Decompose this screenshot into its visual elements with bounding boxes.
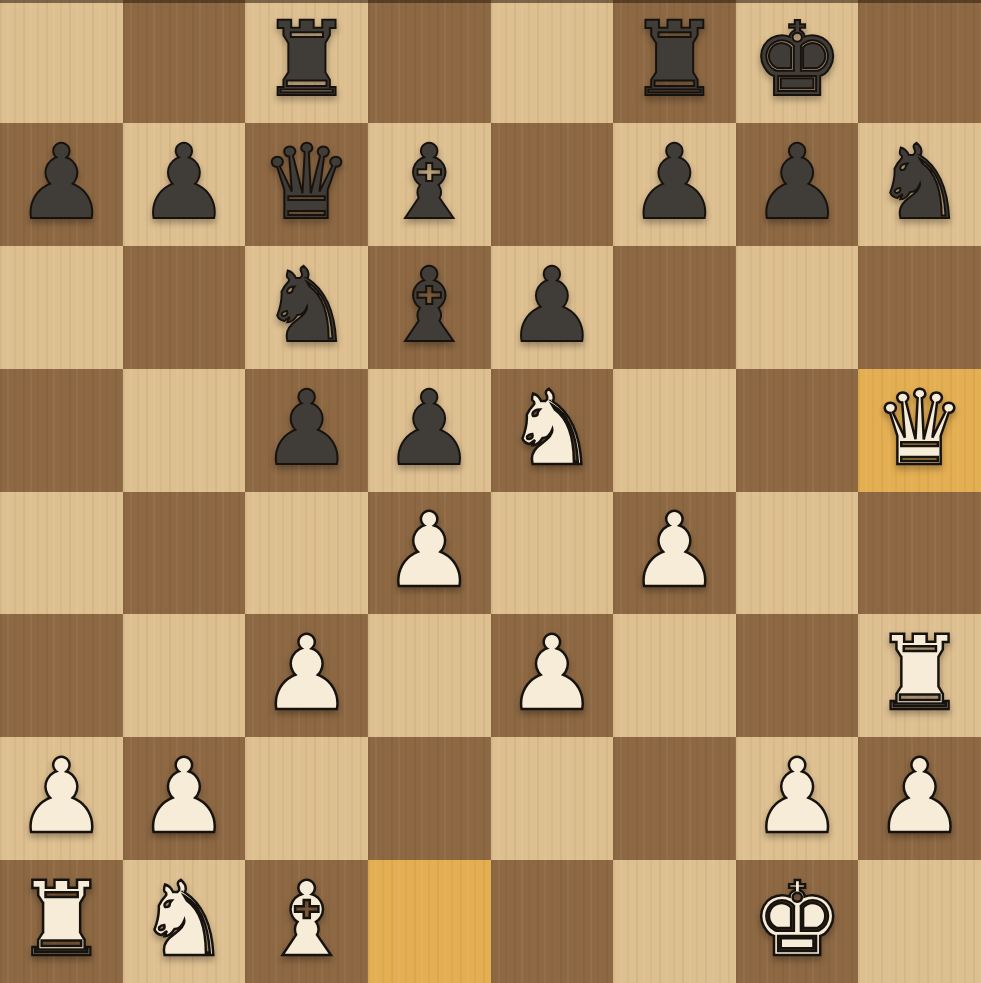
black-pawn[interactable]: ♟	[138, 131, 230, 234]
square-g3[interactable]	[736, 614, 859, 737]
square-d4[interactable]: ♟	[368, 492, 491, 615]
square-d6[interactable]: ♝	[368, 246, 491, 369]
white-king[interactable]: ♚	[751, 868, 843, 971]
white-pawn[interactable]: ♟	[15, 745, 107, 848]
black-pawn[interactable]: ♟	[628, 131, 720, 234]
square-f5[interactable]	[613, 369, 736, 492]
square-g7[interactable]: ♟	[736, 123, 859, 246]
square-f1[interactable]	[613, 860, 736, 983]
square-g2[interactable]: ♟	[736, 737, 859, 860]
square-b7[interactable]: ♟	[123, 123, 246, 246]
square-d1[interactable]	[368, 860, 491, 983]
square-d2[interactable]	[368, 737, 491, 860]
black-pawn[interactable]: ♟	[383, 377, 475, 480]
black-rook[interactable]: ♜	[628, 8, 720, 111]
square-h8[interactable]	[858, 0, 981, 123]
white-bishop[interactable]: ♝	[260, 868, 352, 971]
square-e6[interactable]: ♟	[491, 246, 614, 369]
square-h4[interactable]	[858, 492, 981, 615]
black-pawn[interactable]: ♟	[506, 254, 598, 357]
square-b8[interactable]	[123, 0, 246, 123]
square-f8[interactable]: ♜	[613, 0, 736, 123]
white-knight[interactable]: ♞	[506, 377, 598, 480]
white-pawn[interactable]: ♟	[751, 745, 843, 848]
black-bishop[interactable]: ♝	[383, 254, 475, 357]
chess-board: ♜♜♚♟♟♛♝♟♟♞♞♝♟♟♟♞♛♟♟♟♟♜♟♟♟♟♜♞♝♚	[0, 0, 981, 983]
square-e5[interactable]: ♞	[491, 369, 614, 492]
square-d7[interactable]: ♝	[368, 123, 491, 246]
square-c4[interactable]	[245, 492, 368, 615]
square-h2[interactable]: ♟	[858, 737, 981, 860]
square-c5[interactable]: ♟	[245, 369, 368, 492]
black-queen[interactable]: ♛	[260, 131, 352, 234]
square-g8[interactable]: ♚	[736, 0, 859, 123]
square-e2[interactable]	[491, 737, 614, 860]
black-bishop[interactable]: ♝	[383, 131, 475, 234]
square-a7[interactable]: ♟	[0, 123, 123, 246]
black-pawn[interactable]: ♟	[15, 131, 107, 234]
square-b4[interactable]	[123, 492, 246, 615]
square-e7[interactable]	[491, 123, 614, 246]
square-c6[interactable]: ♞	[245, 246, 368, 369]
square-e1[interactable]	[491, 860, 614, 983]
square-c2[interactable]	[245, 737, 368, 860]
square-e8[interactable]	[491, 0, 614, 123]
square-d3[interactable]	[368, 614, 491, 737]
white-pawn[interactable]: ♟	[628, 499, 720, 602]
square-g6[interactable]	[736, 246, 859, 369]
black-pawn[interactable]: ♟	[260, 377, 352, 480]
square-d5[interactable]: ♟	[368, 369, 491, 492]
square-a1[interactable]: ♜	[0, 860, 123, 983]
black-knight[interactable]: ♞	[874, 131, 966, 234]
square-b5[interactable]	[123, 369, 246, 492]
white-pawn[interactable]: ♟	[260, 622, 352, 725]
black-king[interactable]: ♚	[751, 8, 843, 111]
square-g5[interactable]	[736, 369, 859, 492]
square-c1[interactable]: ♝	[245, 860, 368, 983]
square-f2[interactable]	[613, 737, 736, 860]
square-h6[interactable]	[858, 246, 981, 369]
square-h5[interactable]: ♛	[858, 369, 981, 492]
square-b2[interactable]: ♟	[123, 737, 246, 860]
square-e4[interactable]	[491, 492, 614, 615]
square-h7[interactable]: ♞	[858, 123, 981, 246]
white-rook[interactable]: ♜	[15, 868, 107, 971]
square-c3[interactable]: ♟	[245, 614, 368, 737]
square-a5[interactable]	[0, 369, 123, 492]
white-pawn[interactable]: ♟	[506, 622, 598, 725]
square-a2[interactable]: ♟	[0, 737, 123, 860]
white-rook[interactable]: ♜	[874, 622, 966, 725]
square-a6[interactable]	[0, 246, 123, 369]
square-a8[interactable]	[0, 0, 123, 123]
square-b1[interactable]: ♞	[123, 860, 246, 983]
square-b6[interactable]	[123, 246, 246, 369]
square-f3[interactable]	[613, 614, 736, 737]
white-knight[interactable]: ♞	[138, 868, 230, 971]
white-pawn[interactable]: ♟	[874, 745, 966, 848]
white-pawn[interactable]: ♟	[138, 745, 230, 848]
square-e3[interactable]: ♟	[491, 614, 614, 737]
square-f4[interactable]: ♟	[613, 492, 736, 615]
black-pawn[interactable]: ♟	[751, 131, 843, 234]
square-b3[interactable]	[123, 614, 246, 737]
square-f7[interactable]: ♟	[613, 123, 736, 246]
white-queen[interactable]: ♛	[874, 377, 966, 480]
white-pawn[interactable]: ♟	[383, 499, 475, 602]
square-c8[interactable]: ♜	[245, 0, 368, 123]
square-g4[interactable]	[736, 492, 859, 615]
square-h1[interactable]	[858, 860, 981, 983]
square-a3[interactable]	[0, 614, 123, 737]
black-knight[interactable]: ♞	[260, 254, 352, 357]
square-c7[interactable]: ♛	[245, 123, 368, 246]
black-rook[interactable]: ♜	[260, 8, 352, 111]
square-d8[interactable]	[368, 0, 491, 123]
square-a4[interactable]	[0, 492, 123, 615]
square-g1[interactable]: ♚	[736, 860, 859, 983]
square-h3[interactable]: ♜	[858, 614, 981, 737]
square-f6[interactable]	[613, 246, 736, 369]
